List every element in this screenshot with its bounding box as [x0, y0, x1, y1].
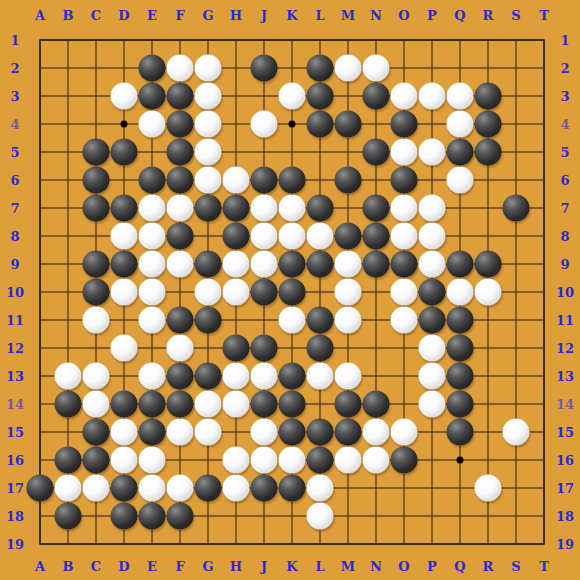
black-stone-c15 — [83, 419, 110, 446]
row-label-right: 17 — [556, 481, 574, 496]
row-label-right: 9 — [560, 257, 569, 272]
white-stone-e10 — [139, 279, 166, 306]
white-stone-p7 — [419, 195, 446, 222]
white-stone-k11 — [279, 307, 306, 334]
white-stone-q6 — [447, 167, 474, 194]
black-stone-l12 — [307, 335, 334, 362]
white-stone-l17 — [307, 475, 334, 502]
row-label-right: 19 — [556, 537, 574, 552]
white-stone-f12 — [167, 335, 194, 362]
white-stone-h9 — [223, 251, 250, 278]
black-stone-g13 — [195, 363, 222, 390]
white-stone-o7 — [391, 195, 418, 222]
column-label-bottom: E — [147, 559, 157, 574]
black-stone-c5 — [83, 139, 110, 166]
white-stone-p5 — [419, 139, 446, 166]
white-stone-h10 — [223, 279, 250, 306]
white-stone-o10 — [391, 279, 418, 306]
column-label-bottom: R — [483, 559, 494, 574]
white-stone-r17 — [475, 475, 502, 502]
row-label-left: 4 — [10, 117, 19, 132]
white-stone-k7 — [279, 195, 306, 222]
white-stone-c13 — [83, 363, 110, 390]
star-point-k4 — [289, 121, 296, 128]
go-board[interactable]: AABBCCDDEEFFGGHHJJKKLLMMNNOOPPQQRRSSTT11… — [0, 0, 580, 580]
black-stone-d9 — [111, 251, 138, 278]
white-stone-d16 — [111, 447, 138, 474]
white-stone-p9 — [419, 251, 446, 278]
black-stone-q15 — [447, 419, 474, 446]
black-stone-c7 — [83, 195, 110, 222]
column-label-bottom: O — [398, 559, 409, 574]
black-stone-o9 — [391, 251, 418, 278]
white-stone-j7 — [251, 195, 278, 222]
black-stone-l3 — [307, 83, 334, 110]
white-stone-j16 — [251, 447, 278, 474]
white-stone-j9 — [251, 251, 278, 278]
white-stone-b13 — [55, 363, 82, 390]
row-label-right: 6 — [560, 173, 569, 188]
white-stone-f15 — [167, 419, 194, 446]
black-stone-e14 — [139, 391, 166, 418]
white-stone-g3 — [195, 83, 222, 110]
white-stone-k3 — [279, 83, 306, 110]
row-label-left: 7 — [10, 201, 19, 216]
black-stone-o16 — [391, 447, 418, 474]
row-label-left: 9 — [10, 257, 19, 272]
white-stone-m16 — [335, 447, 362, 474]
column-label-bottom: F — [175, 559, 184, 574]
row-label-right: 14 — [556, 397, 574, 412]
white-stone-q3 — [447, 83, 474, 110]
black-stone-k10 — [279, 279, 306, 306]
row-label-left: 17 — [6, 481, 24, 496]
black-stone-r3 — [475, 83, 502, 110]
star-point-d4 — [121, 121, 128, 128]
black-stone-f3 — [167, 83, 194, 110]
white-stone-g15 — [195, 419, 222, 446]
row-label-left: 16 — [6, 453, 24, 468]
white-stone-e9 — [139, 251, 166, 278]
black-stone-a17 — [27, 475, 54, 502]
column-label-top: E — [147, 8, 157, 23]
column-label-top: M — [341, 8, 355, 23]
black-stone-d17 — [111, 475, 138, 502]
star-point-q16 — [457, 457, 464, 464]
row-label-left: 13 — [6, 369, 24, 384]
black-stone-f6 — [167, 167, 194, 194]
white-stone-p8 — [419, 223, 446, 250]
black-stone-n5 — [363, 139, 390, 166]
black-stone-p10 — [419, 279, 446, 306]
white-stone-b17 — [55, 475, 82, 502]
white-stone-e13 — [139, 363, 166, 390]
column-label-top: H — [230, 8, 242, 23]
column-label-top: Q — [454, 8, 465, 23]
row-label-left: 8 — [10, 229, 19, 244]
white-stone-c17 — [83, 475, 110, 502]
white-stone-s15 — [503, 419, 530, 446]
black-stone-c16 — [83, 447, 110, 474]
black-stone-j14 — [251, 391, 278, 418]
column-label-bottom: J — [261, 559, 267, 574]
column-label-bottom: N — [370, 559, 382, 574]
white-stone-m13 — [335, 363, 362, 390]
black-stone-l9 — [307, 251, 334, 278]
column-label-top: F — [175, 8, 184, 23]
white-stone-k16 — [279, 447, 306, 474]
column-label-top: T — [539, 8, 549, 23]
black-stone-m8 — [335, 223, 362, 250]
column-label-bottom: A — [35, 559, 45, 574]
white-stone-n15 — [363, 419, 390, 446]
row-label-right: 11 — [556, 313, 574, 328]
black-stone-b14 — [55, 391, 82, 418]
black-stone-k15 — [279, 419, 306, 446]
white-stone-d3 — [111, 83, 138, 110]
column-label-top: G — [202, 8, 213, 23]
row-label-left: 10 — [6, 285, 24, 300]
black-stone-l15 — [307, 419, 334, 446]
black-stone-h12 — [223, 335, 250, 362]
row-label-left: 14 — [6, 397, 24, 412]
white-stone-e16 — [139, 447, 166, 474]
white-stone-f7 — [167, 195, 194, 222]
row-label-left: 15 — [6, 425, 24, 440]
black-stone-c9 — [83, 251, 110, 278]
white-stone-q10 — [447, 279, 474, 306]
column-label-top: L — [315, 8, 324, 23]
white-stone-f17 — [167, 475, 194, 502]
black-stone-q11 — [447, 307, 474, 334]
white-stone-o3 — [391, 83, 418, 110]
column-label-bottom: S — [511, 559, 520, 574]
row-label-right: 4 — [560, 117, 569, 132]
row-label-left: 1 — [10, 33, 19, 48]
white-stone-q4 — [447, 111, 474, 138]
black-stone-j17 — [251, 475, 278, 502]
black-stone-q9 — [447, 251, 474, 278]
row-label-left: 11 — [6, 313, 24, 328]
white-stone-e11 — [139, 307, 166, 334]
white-stone-e8 — [139, 223, 166, 250]
black-stone-n9 — [363, 251, 390, 278]
white-stone-h13 — [223, 363, 250, 390]
row-label-right: 8 — [560, 229, 569, 244]
black-stone-p11 — [419, 307, 446, 334]
black-stone-k6 — [279, 167, 306, 194]
black-stone-m15 — [335, 419, 362, 446]
white-stone-k8 — [279, 223, 306, 250]
white-stone-o5 — [391, 139, 418, 166]
black-stone-n3 — [363, 83, 390, 110]
black-stone-e2 — [139, 55, 166, 82]
black-stone-k9 — [279, 251, 306, 278]
column-label-bottom: G — [202, 559, 213, 574]
white-stone-g14 — [195, 391, 222, 418]
black-stone-r5 — [475, 139, 502, 166]
column-label-bottom: C — [91, 559, 101, 574]
white-stone-j8 — [251, 223, 278, 250]
row-label-right: 2 — [560, 61, 569, 76]
white-stone-g6 — [195, 167, 222, 194]
row-label-left: 18 — [6, 509, 24, 524]
white-stone-d12 — [111, 335, 138, 362]
black-stone-c10 — [83, 279, 110, 306]
column-label-top: J — [261, 8, 267, 23]
black-stone-q14 — [447, 391, 474, 418]
black-stone-h7 — [223, 195, 250, 222]
row-label-right: 5 — [560, 145, 569, 160]
column-label-top: S — [511, 8, 520, 23]
row-label-left: 12 — [6, 341, 24, 356]
black-stone-f18 — [167, 503, 194, 530]
black-stone-n8 — [363, 223, 390, 250]
black-stone-q12 — [447, 335, 474, 362]
column-label-bottom: P — [427, 559, 437, 574]
white-stone-m11 — [335, 307, 362, 334]
black-stone-e18 — [139, 503, 166, 530]
white-stone-g10 — [195, 279, 222, 306]
row-label-right: 3 — [560, 89, 569, 104]
row-label-left: 3 — [10, 89, 19, 104]
white-stone-h14 — [223, 391, 250, 418]
black-stone-r9 — [475, 251, 502, 278]
black-stone-o6 — [391, 167, 418, 194]
row-label-left: 2 — [10, 61, 19, 76]
black-stone-e15 — [139, 419, 166, 446]
black-stone-o4 — [391, 111, 418, 138]
row-label-left: 6 — [10, 173, 19, 188]
white-stone-e4 — [139, 111, 166, 138]
black-stone-l7 — [307, 195, 334, 222]
column-label-top: B — [63, 8, 74, 23]
white-stone-g2 — [195, 55, 222, 82]
black-stone-f8 — [167, 223, 194, 250]
black-stone-j6 — [251, 167, 278, 194]
black-stone-j12 — [251, 335, 278, 362]
black-stone-n14 — [363, 391, 390, 418]
white-stone-g4 — [195, 111, 222, 138]
black-stone-d5 — [111, 139, 138, 166]
black-stone-m14 — [335, 391, 362, 418]
black-stone-l2 — [307, 55, 334, 82]
white-stone-l8 — [307, 223, 334, 250]
black-stone-m6 — [335, 167, 362, 194]
white-stone-r10 — [475, 279, 502, 306]
white-stone-n2 — [363, 55, 390, 82]
white-stone-c14 — [83, 391, 110, 418]
white-stone-c11 — [83, 307, 110, 334]
row-label-left: 19 — [6, 537, 24, 552]
column-label-top: D — [118, 8, 129, 23]
black-stone-q13 — [447, 363, 474, 390]
column-label-bottom: K — [286, 559, 297, 574]
black-stone-g7 — [195, 195, 222, 222]
black-stone-f14 — [167, 391, 194, 418]
column-label-top: P — [427, 8, 437, 23]
black-stone-k14 — [279, 391, 306, 418]
column-label-top: K — [286, 8, 297, 23]
black-stone-b18 — [55, 503, 82, 530]
white-stone-f9 — [167, 251, 194, 278]
white-stone-j4 — [251, 111, 278, 138]
white-stone-n16 — [363, 447, 390, 474]
black-stone-d14 — [111, 391, 138, 418]
row-label-right: 15 — [556, 425, 574, 440]
column-label-top: C — [91, 8, 101, 23]
black-stone-q5 — [447, 139, 474, 166]
column-label-top: N — [370, 8, 382, 23]
black-stone-l11 — [307, 307, 334, 334]
black-stone-g17 — [195, 475, 222, 502]
column-label-bottom: D — [118, 559, 129, 574]
white-stone-p13 — [419, 363, 446, 390]
row-label-left: 5 — [10, 145, 19, 160]
white-stone-g5 — [195, 139, 222, 166]
white-stone-p14 — [419, 391, 446, 418]
column-label-bottom: L — [315, 559, 324, 574]
black-stone-c6 — [83, 167, 110, 194]
white-stone-p12 — [419, 335, 446, 362]
black-stone-h8 — [223, 223, 250, 250]
black-stone-l16 — [307, 447, 334, 474]
column-label-bottom: B — [63, 559, 74, 574]
black-stone-f11 — [167, 307, 194, 334]
black-stone-n7 — [363, 195, 390, 222]
column-label-bottom: M — [341, 559, 355, 574]
black-stone-d7 — [111, 195, 138, 222]
black-stone-e6 — [139, 167, 166, 194]
white-stone-j15 — [251, 419, 278, 446]
row-label-right: 18 — [556, 509, 574, 524]
white-stone-l13 — [307, 363, 334, 390]
black-stone-j10 — [251, 279, 278, 306]
row-label-right: 16 — [556, 453, 574, 468]
white-stone-l18 — [307, 503, 334, 530]
column-label-bottom: Q — [454, 559, 465, 574]
white-stone-o8 — [391, 223, 418, 250]
black-stone-k13 — [279, 363, 306, 390]
white-stone-j13 — [251, 363, 278, 390]
black-stone-s7 — [503, 195, 530, 222]
white-stone-m2 — [335, 55, 362, 82]
row-label-right: 10 — [556, 285, 574, 300]
black-stone-j2 — [251, 55, 278, 82]
white-stone-o15 — [391, 419, 418, 446]
row-label-right: 13 — [556, 369, 574, 384]
white-stone-m10 — [335, 279, 362, 306]
black-stone-d18 — [111, 503, 138, 530]
white-stone-p3 — [419, 83, 446, 110]
white-stone-e17 — [139, 475, 166, 502]
white-stone-d10 — [111, 279, 138, 306]
row-label-right: 1 — [560, 33, 569, 48]
white-stone-e7 — [139, 195, 166, 222]
row-label-right: 7 — [560, 201, 569, 216]
black-stone-k17 — [279, 475, 306, 502]
column-label-bottom: H — [230, 559, 242, 574]
black-stone-f13 — [167, 363, 194, 390]
black-stone-b16 — [55, 447, 82, 474]
black-stone-g11 — [195, 307, 222, 334]
white-stone-m9 — [335, 251, 362, 278]
white-stone-d8 — [111, 223, 138, 250]
white-stone-d15 — [111, 419, 138, 446]
white-stone-o11 — [391, 307, 418, 334]
column-label-top: A — [35, 8, 45, 23]
row-label-right: 12 — [556, 341, 574, 356]
column-label-bottom: T — [539, 559, 549, 574]
white-stone-h17 — [223, 475, 250, 502]
white-stone-h16 — [223, 447, 250, 474]
column-label-top: R — [483, 8, 494, 23]
black-stone-m4 — [335, 111, 362, 138]
white-stone-f2 — [167, 55, 194, 82]
black-stone-f4 — [167, 111, 194, 138]
black-stone-l4 — [307, 111, 334, 138]
black-stone-f5 — [167, 139, 194, 166]
column-label-top: O — [398, 8, 409, 23]
white-stone-h6 — [223, 167, 250, 194]
black-stone-e3 — [139, 83, 166, 110]
black-stone-r4 — [475, 111, 502, 138]
black-stone-g9 — [195, 251, 222, 278]
